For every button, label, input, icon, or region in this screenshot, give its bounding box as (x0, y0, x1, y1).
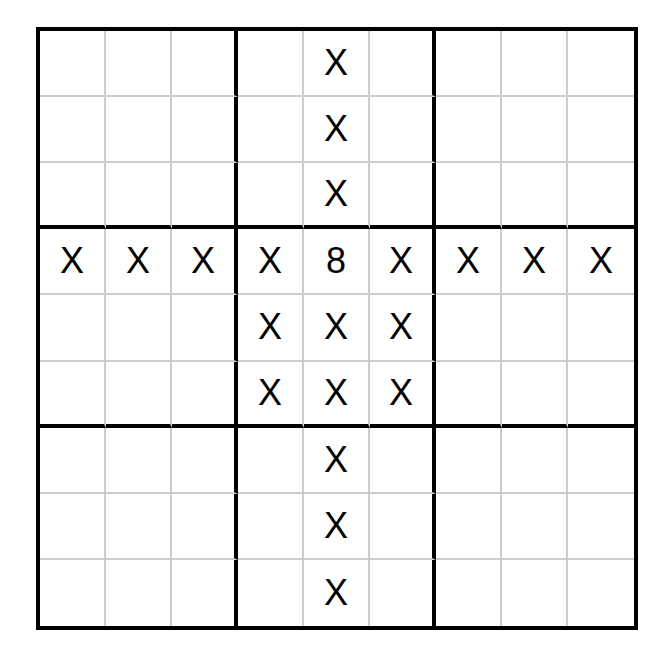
cell-r5c2[interactable] (106, 295, 172, 361)
cell-elimination-mark: X (324, 111, 348, 147)
cell-r8c5[interactable]: X (304, 494, 370, 560)
cell-elimination-mark: X (589, 243, 613, 279)
cell-r5c6[interactable]: X (370, 295, 436, 361)
cell-elimination-mark: X (324, 575, 348, 611)
cell-r4c4[interactable]: X (238, 229, 304, 295)
cell-r8c2[interactable] (106, 494, 172, 560)
cell-r1c7[interactable] (436, 31, 502, 97)
cell-r9c4[interactable] (238, 560, 304, 626)
cell-r5c5[interactable]: X (304, 295, 370, 361)
cell-r6c6[interactable]: X (370, 362, 436, 428)
cell-r4c7[interactable]: X (436, 229, 502, 295)
cell-elimination-mark: X (324, 508, 348, 544)
cell-r4c8[interactable]: X (502, 229, 568, 295)
cell-elimination-mark: X (258, 375, 282, 411)
cell-r2c8[interactable] (502, 97, 568, 163)
cell-r9c1[interactable] (40, 560, 106, 626)
cell-r6c3[interactable] (172, 362, 238, 428)
cell-r3c9[interactable] (568, 163, 634, 229)
cell-r7c8[interactable] (502, 428, 568, 494)
cell-r5c7[interactable] (436, 295, 502, 361)
cell-elimination-mark: X (126, 243, 150, 279)
cell-r4c2[interactable]: X (106, 229, 172, 295)
cell-r3c7[interactable] (436, 163, 502, 229)
cell-r6c8[interactable] (502, 362, 568, 428)
cell-r4c1[interactable]: X (40, 229, 106, 295)
cell-r3c6[interactable] (370, 163, 436, 229)
cell-elimination-mark: X (324, 45, 348, 81)
cell-elimination-mark: X (456, 243, 480, 279)
cell-elimination-mark: X (389, 243, 413, 279)
cell-r4c9[interactable]: X (568, 229, 634, 295)
cell-r9c2[interactable] (106, 560, 172, 626)
cell-r6c9[interactable] (568, 362, 634, 428)
cell-r7c7[interactable] (436, 428, 502, 494)
cell-r9c3[interactable] (172, 560, 238, 626)
cell-elimination-mark: X (324, 442, 348, 478)
cell-elimination-mark: X (389, 375, 413, 411)
cell-r3c1[interactable] (40, 163, 106, 229)
cell-r5c1[interactable] (40, 295, 106, 361)
cell-r7c4[interactable] (238, 428, 304, 494)
cell-digit: 8 (326, 243, 346, 279)
cell-r3c2[interactable] (106, 163, 172, 229)
cell-r7c1[interactable] (40, 428, 106, 494)
cell-r1c4[interactable] (238, 31, 304, 97)
cell-r1c2[interactable] (106, 31, 172, 97)
cell-r8c1[interactable] (40, 494, 106, 560)
cell-r7c6[interactable] (370, 428, 436, 494)
cell-r6c7[interactable] (436, 362, 502, 428)
cell-r4c6[interactable]: X (370, 229, 436, 295)
cell-r9c5[interactable]: X (304, 560, 370, 626)
cell-r2c9[interactable] (568, 97, 634, 163)
cell-r9c9[interactable] (568, 560, 634, 626)
cell-r9c8[interactable] (502, 560, 568, 626)
cell-r5c9[interactable] (568, 295, 634, 361)
cell-r5c4[interactable]: X (238, 295, 304, 361)
cell-r7c5[interactable]: X (304, 428, 370, 494)
cell-r3c8[interactable] (502, 163, 568, 229)
cell-r3c3[interactable] (172, 163, 238, 229)
cell-elimination-mark: X (60, 243, 84, 279)
cell-r1c5[interactable]: X (304, 31, 370, 97)
cell-elimination-mark: X (324, 176, 348, 212)
cell-r3c4[interactable] (238, 163, 304, 229)
cell-r6c2[interactable] (106, 362, 172, 428)
cell-r8c4[interactable] (238, 494, 304, 560)
cell-r6c1[interactable] (40, 362, 106, 428)
cell-r1c9[interactable] (568, 31, 634, 97)
cell-r6c4[interactable]: X (238, 362, 304, 428)
cell-r7c9[interactable] (568, 428, 634, 494)
cell-r1c3[interactable] (172, 31, 238, 97)
cell-elimination-mark: X (389, 309, 413, 345)
cell-r7c3[interactable] (172, 428, 238, 494)
cell-r2c1[interactable] (40, 97, 106, 163)
cell-r7c2[interactable] (106, 428, 172, 494)
cell-r8c6[interactable] (370, 494, 436, 560)
cell-r4c5[interactable]: 8 (304, 229, 370, 295)
cell-r5c8[interactable] (502, 295, 568, 361)
cell-elimination-mark: X (324, 375, 348, 411)
cell-elimination-mark: X (258, 243, 282, 279)
cell-r2c3[interactable] (172, 97, 238, 163)
cell-r9c6[interactable] (370, 560, 436, 626)
cell-r1c1[interactable] (40, 31, 106, 97)
cell-r4c3[interactable]: X (172, 229, 238, 295)
cell-elimination-mark: X (191, 243, 215, 279)
cell-r8c7[interactable] (436, 494, 502, 560)
cell-r3c5[interactable]: X (304, 163, 370, 229)
cell-r2c4[interactable] (238, 97, 304, 163)
cell-elimination-mark: X (258, 309, 282, 345)
cell-r2c6[interactable] (370, 97, 436, 163)
cell-elimination-mark: X (522, 243, 546, 279)
cell-r8c9[interactable] (568, 494, 634, 560)
cell-r1c6[interactable] (370, 31, 436, 97)
cell-r1c8[interactable] (502, 31, 568, 97)
cell-elimination-mark: X (324, 309, 348, 345)
sudoku-board: XXXXXXX8XXXXXXXXXXXXX (36, 27, 638, 630)
cell-r6c5[interactable]: X (304, 362, 370, 428)
cell-r2c5[interactable]: X (304, 97, 370, 163)
cell-r8c8[interactable] (502, 494, 568, 560)
cell-r2c2[interactable] (106, 97, 172, 163)
cell-r8c3[interactable] (172, 494, 238, 560)
cell-r9c7[interactable] (436, 560, 502, 626)
cell-r2c7[interactable] (436, 97, 502, 163)
cell-r5c3[interactable] (172, 295, 238, 361)
